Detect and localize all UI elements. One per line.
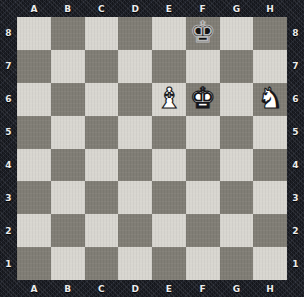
square-d4[interactable] bbox=[118, 149, 152, 182]
square-b3[interactable] bbox=[51, 181, 85, 214]
square-h4[interactable] bbox=[253, 149, 287, 182]
square-g1[interactable] bbox=[220, 247, 254, 280]
square-e6[interactable]: ♝ bbox=[152, 83, 186, 116]
rank-label-left-6: 6 bbox=[0, 83, 17, 116]
square-g5[interactable] bbox=[220, 116, 254, 149]
square-e1[interactable] bbox=[152, 247, 186, 280]
square-c3[interactable] bbox=[85, 181, 119, 214]
rank-label-left-7: 7 bbox=[0, 50, 17, 83]
file-label-bottom-F: F bbox=[186, 280, 220, 297]
file-label-bottom-D: D bbox=[118, 280, 152, 297]
square-h2[interactable] bbox=[253, 214, 287, 247]
rank-label-left-2: 2 bbox=[0, 214, 17, 247]
square-f5[interactable] bbox=[186, 116, 220, 149]
file-label-bottom-C: C bbox=[85, 280, 119, 297]
square-d3[interactable] bbox=[118, 181, 152, 214]
chess-board: ♚♝♚♞ bbox=[17, 17, 287, 280]
square-f4[interactable] bbox=[186, 149, 220, 182]
file-label-bottom-A: A bbox=[17, 280, 51, 297]
square-h6[interactable]: ♞ bbox=[253, 83, 287, 116]
file-label-top-H: H bbox=[253, 0, 287, 17]
square-b4[interactable] bbox=[51, 149, 85, 182]
square-h7[interactable] bbox=[253, 50, 287, 83]
square-e5[interactable] bbox=[152, 116, 186, 149]
rank-label-right-5: 5 bbox=[287, 116, 304, 149]
square-d8[interactable] bbox=[118, 17, 152, 50]
square-b7[interactable] bbox=[51, 50, 85, 83]
square-b5[interactable] bbox=[51, 116, 85, 149]
file-label-bottom-G: G bbox=[220, 280, 254, 297]
square-d5[interactable] bbox=[118, 116, 152, 149]
square-c6[interactable] bbox=[85, 83, 119, 116]
square-a7[interactable] bbox=[17, 50, 51, 83]
square-g2[interactable] bbox=[220, 214, 254, 247]
rank-label-right-6: 6 bbox=[287, 83, 304, 116]
rank-labels-left: 87654321 bbox=[0, 17, 17, 280]
square-c1[interactable] bbox=[85, 247, 119, 280]
file-label-top-B: B bbox=[51, 0, 85, 17]
square-h5[interactable] bbox=[253, 116, 287, 149]
square-e7[interactable] bbox=[152, 50, 186, 83]
square-a4[interactable] bbox=[17, 149, 51, 182]
square-c2[interactable] bbox=[85, 214, 119, 247]
chess-board-window: ABCDEFGH ABCDEFGH 87654321 87654321 ♚♝♚♞ bbox=[0, 0, 304, 297]
square-b8[interactable] bbox=[51, 17, 85, 50]
square-b6[interactable] bbox=[51, 83, 85, 116]
rank-label-right-4: 4 bbox=[287, 149, 304, 182]
square-a3[interactable] bbox=[17, 181, 51, 214]
rank-label-right-8: 8 bbox=[287, 17, 304, 50]
square-e3[interactable] bbox=[152, 181, 186, 214]
square-g3[interactable] bbox=[220, 181, 254, 214]
rank-label-right-2: 2 bbox=[287, 214, 304, 247]
square-a8[interactable] bbox=[17, 17, 51, 50]
square-f3[interactable] bbox=[186, 181, 220, 214]
file-label-bottom-E: E bbox=[152, 280, 186, 297]
square-f1[interactable] bbox=[186, 247, 220, 280]
square-h1[interactable] bbox=[253, 247, 287, 280]
rank-label-right-7: 7 bbox=[287, 50, 304, 83]
rank-label-left-4: 4 bbox=[0, 149, 17, 182]
square-d7[interactable] bbox=[118, 50, 152, 83]
square-a6[interactable] bbox=[17, 83, 51, 116]
rank-label-right-1: 1 bbox=[287, 247, 304, 280]
square-e2[interactable] bbox=[152, 214, 186, 247]
square-c8[interactable] bbox=[85, 17, 119, 50]
square-b1[interactable] bbox=[51, 247, 85, 280]
file-label-top-G: G bbox=[220, 0, 254, 17]
square-f7[interactable] bbox=[186, 50, 220, 83]
square-d1[interactable] bbox=[118, 247, 152, 280]
rank-labels-right: 87654321 bbox=[287, 17, 304, 280]
square-c4[interactable] bbox=[85, 149, 119, 182]
white-knight-h6[interactable]: ♞ bbox=[257, 84, 283, 113]
rank-label-left-1: 1 bbox=[0, 247, 17, 280]
square-b2[interactable] bbox=[51, 214, 85, 247]
square-g6[interactable] bbox=[220, 83, 254, 116]
file-label-top-D: D bbox=[118, 0, 152, 17]
black-king-f8[interactable]: ♚ bbox=[190, 18, 216, 47]
square-d2[interactable] bbox=[118, 214, 152, 247]
square-c5[interactable] bbox=[85, 116, 119, 149]
square-g8[interactable] bbox=[220, 17, 254, 50]
file-label-top-A: A bbox=[17, 0, 51, 17]
square-h8[interactable] bbox=[253, 17, 287, 50]
square-f8[interactable]: ♚ bbox=[186, 17, 220, 50]
square-e8[interactable] bbox=[152, 17, 186, 50]
square-e4[interactable] bbox=[152, 149, 186, 182]
file-label-bottom-H: H bbox=[253, 280, 287, 297]
square-c7[interactable] bbox=[85, 50, 119, 83]
square-g4[interactable] bbox=[220, 149, 254, 182]
white-bishop-e6[interactable]: ♝ bbox=[156, 84, 182, 113]
square-h3[interactable] bbox=[253, 181, 287, 214]
white-king-f6[interactable]: ♚ bbox=[190, 84, 216, 113]
square-f2[interactable] bbox=[186, 214, 220, 247]
square-g7[interactable] bbox=[220, 50, 254, 83]
rank-label-right-3: 3 bbox=[287, 181, 304, 214]
square-f6[interactable]: ♚ bbox=[186, 83, 220, 116]
file-label-bottom-B: B bbox=[51, 280, 85, 297]
file-labels-top: ABCDEFGH bbox=[17, 0, 287, 17]
file-labels-bottom: ABCDEFGH bbox=[17, 280, 287, 297]
file-label-top-E: E bbox=[152, 0, 186, 17]
rank-label-left-5: 5 bbox=[0, 116, 17, 149]
file-label-top-C: C bbox=[85, 0, 119, 17]
square-d6[interactable] bbox=[118, 83, 152, 116]
rank-label-left-3: 3 bbox=[0, 181, 17, 214]
square-a2[interactable] bbox=[17, 214, 51, 247]
square-a5[interactable] bbox=[17, 116, 51, 149]
rank-label-left-8: 8 bbox=[0, 17, 17, 50]
square-a1[interactable] bbox=[17, 247, 51, 280]
